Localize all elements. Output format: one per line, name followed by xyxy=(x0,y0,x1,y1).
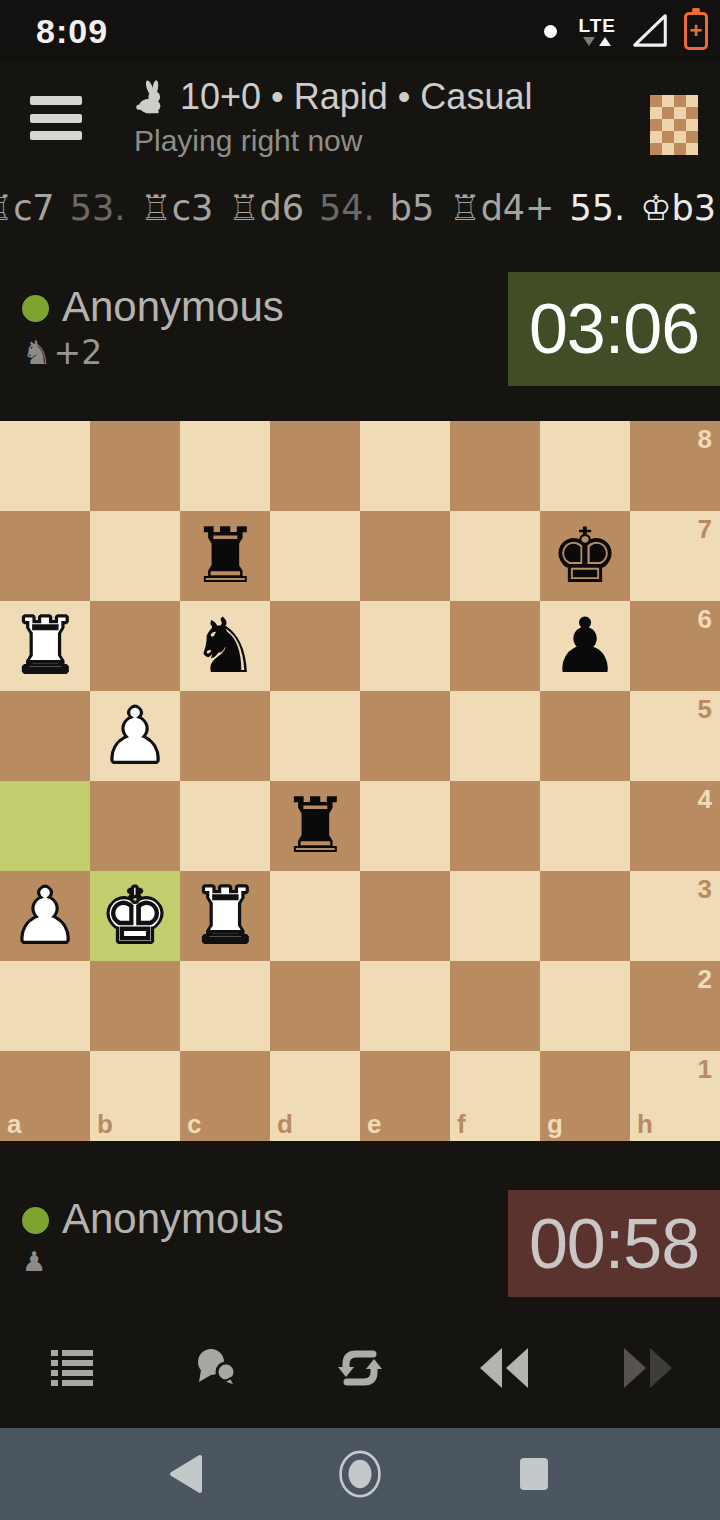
square-g3[interactable] xyxy=(540,871,630,961)
home-button[interactable] xyxy=(337,1451,383,1497)
square-f4[interactable] xyxy=(450,781,540,871)
black-rook: ♜ xyxy=(270,781,360,871)
player-top-clock: 03:06 xyxy=(508,272,720,386)
square-e8[interactable] xyxy=(360,421,450,511)
square-a3[interactable]: ♟ xyxy=(0,871,90,961)
square-g5[interactable] xyxy=(540,691,630,781)
game-title: 10+0 • Rapid • Casual xyxy=(180,76,532,118)
square-h3[interactable]: 3 xyxy=(630,871,720,961)
game-info: 10+0 • Rapid • Casual Playing right now xyxy=(134,76,532,158)
square-c3[interactable]: ♜ xyxy=(180,871,270,961)
captured-pawn-icon: ♟ xyxy=(22,1246,46,1277)
captured-knight-icon: ♞ xyxy=(22,333,52,372)
bottom-toolbar xyxy=(0,1318,720,1418)
status-bar: 8:09 LTE + xyxy=(0,0,720,62)
square-c6[interactable]: ♞ xyxy=(180,601,270,691)
square-a8[interactable] xyxy=(0,421,90,511)
square-d3[interactable] xyxy=(270,871,360,961)
move-token[interactable]: ♖c7 xyxy=(0,188,55,228)
rank-label-5: 5 xyxy=(698,694,712,725)
square-b4[interactable] xyxy=(90,781,180,871)
square-c8[interactable] xyxy=(180,421,270,511)
player-top: Anonymous ♞ +2 03:06 xyxy=(0,245,720,405)
file-label-c: c xyxy=(187,1109,201,1140)
status-icons: LTE + xyxy=(544,0,708,62)
online-dot-icon xyxy=(22,295,49,322)
rank-label-6: 6 xyxy=(698,604,712,635)
square-g6[interactable]: ♟ xyxy=(540,601,630,691)
square-g2[interactable] xyxy=(540,961,630,1051)
game-status: Playing right now xyxy=(134,124,532,158)
player-bottom-clock: 00:58 xyxy=(508,1190,720,1297)
square-b8[interactable] xyxy=(90,421,180,511)
square-a4[interactable] xyxy=(0,781,90,871)
move-token[interactable]: 53. xyxy=(70,188,126,228)
move-token[interactable]: ♖d4+ xyxy=(449,188,554,228)
file-label-b: b xyxy=(97,1109,113,1140)
square-f6[interactable] xyxy=(450,601,540,691)
square-c5[interactable] xyxy=(180,691,270,781)
rank-label-7: 7 xyxy=(698,514,712,545)
square-b1[interactable]: b xyxy=(90,1051,180,1141)
square-b5[interactable]: ♟ xyxy=(90,691,180,781)
square-g4[interactable] xyxy=(540,781,630,871)
player-top-name: Anonymous xyxy=(62,283,284,331)
file-label-h: h xyxy=(637,1109,653,1140)
menu-button[interactable] xyxy=(30,96,82,140)
square-a2[interactable] xyxy=(0,961,90,1051)
data-arrows-icon xyxy=(583,37,611,46)
square-g7[interactable]: ♚ xyxy=(540,511,630,601)
square-d8[interactable] xyxy=(270,421,360,511)
move-token[interactable]: b5 xyxy=(390,188,435,228)
move-token[interactable]: ♖d6 xyxy=(228,188,304,228)
move-token[interactable]: 55. xyxy=(569,188,625,228)
rabbit-icon xyxy=(134,79,170,115)
square-e5[interactable] xyxy=(360,691,450,781)
square-c1[interactable]: c xyxy=(180,1051,270,1141)
square-h6[interactable]: 6 xyxy=(630,601,720,691)
square-e1[interactable]: e xyxy=(360,1051,450,1141)
fast-forward-icon[interactable] xyxy=(576,1318,720,1418)
square-c7[interactable]: ♜ xyxy=(180,511,270,601)
square-d1[interactable]: d xyxy=(270,1051,360,1141)
square-a6[interactable]: ♜ xyxy=(0,601,90,691)
rank-label-4: 4 xyxy=(698,784,712,815)
player-bottom-name: Anonymous xyxy=(62,1195,284,1243)
rank-label-8: 8 xyxy=(698,424,712,455)
black-pawn: ♟ xyxy=(540,601,630,691)
white-king: ♚ xyxy=(90,871,180,961)
file-label-g: g xyxy=(547,1109,563,1140)
rank-label-1: 1 xyxy=(698,1054,712,1085)
square-f7[interactable] xyxy=(450,511,540,601)
move-list[interactable]: ac652.♖a6♖c753.♖c3♖d654.b5♖d4+55.♔b3 xyxy=(0,180,720,236)
material-score: +2 xyxy=(54,333,103,372)
file-label-e: e xyxy=(367,1109,381,1140)
square-a5[interactable] xyxy=(0,691,90,781)
white-pawn: ♟ xyxy=(90,691,180,781)
square-h2[interactable]: 2 xyxy=(630,961,720,1051)
square-a1[interactable]: a xyxy=(0,1051,90,1141)
file-label-f: f xyxy=(457,1109,466,1140)
board-thumbnail-icon[interactable] xyxy=(650,95,698,155)
square-e4[interactable] xyxy=(360,781,450,871)
online-dot-icon xyxy=(22,1207,49,1234)
status-time: 8:09 xyxy=(36,12,108,51)
square-g1[interactable]: g xyxy=(540,1051,630,1141)
battery-saver-icon: + xyxy=(684,12,708,50)
square-d4[interactable]: ♜ xyxy=(270,781,360,871)
square-b7[interactable] xyxy=(90,511,180,601)
black-knight: ♞ xyxy=(180,601,270,691)
square-h8[interactable]: 8 xyxy=(630,421,720,511)
square-e2[interactable] xyxy=(360,961,450,1051)
square-b6[interactable] xyxy=(90,601,180,691)
square-h4[interactable]: 4 xyxy=(630,781,720,871)
network-indicator: LTE xyxy=(579,16,616,46)
square-h5[interactable]: 5 xyxy=(630,691,720,781)
square-b2[interactable] xyxy=(90,961,180,1051)
signal-strength-icon xyxy=(630,11,670,51)
square-d7[interactable] xyxy=(270,511,360,601)
square-d5[interactable] xyxy=(270,691,360,781)
back-button[interactable] xyxy=(163,1451,209,1497)
app-page: 8:09 LTE + xyxy=(0,0,720,1520)
square-f8[interactable] xyxy=(450,421,540,511)
square-a7[interactable] xyxy=(0,511,90,601)
square-g8[interactable] xyxy=(540,421,630,511)
square-d2[interactable] xyxy=(270,961,360,1051)
rank-label-2: 2 xyxy=(698,964,712,995)
header: 10+0 • Rapid • Casual Playing right now xyxy=(0,62,720,174)
lte-label: LTE xyxy=(579,16,616,35)
square-b3[interactable]: ♚ xyxy=(90,871,180,961)
file-label-d: d xyxy=(277,1109,293,1140)
square-d6[interactable] xyxy=(270,601,360,691)
recents-button[interactable] xyxy=(511,1451,557,1497)
file-label-a: a xyxy=(7,1109,21,1140)
player-bottom: Anonymous ♟ 00:58 xyxy=(0,1150,720,1310)
square-f2[interactable] xyxy=(450,961,540,1051)
move-list-icon[interactable] xyxy=(0,1318,144,1418)
black-king: ♚ xyxy=(540,511,630,601)
white-pawn: ♟ xyxy=(0,871,90,961)
square-e6[interactable] xyxy=(360,601,450,691)
white-rook: ♜ xyxy=(0,601,90,691)
square-c4[interactable] xyxy=(180,781,270,871)
player-top-material: ♞ +2 xyxy=(22,333,102,372)
flip-board-icon[interactable] xyxy=(288,1318,432,1418)
square-e7[interactable] xyxy=(360,511,450,601)
square-h7[interactable]: 7 xyxy=(630,511,720,601)
move-token[interactable]: ♖c3 xyxy=(140,188,213,228)
chat-icon[interactable] xyxy=(144,1318,288,1418)
notification-dot-icon xyxy=(544,25,557,38)
android-nav-bar xyxy=(0,1428,720,1520)
move-token[interactable]: ♔b3 xyxy=(640,188,716,228)
white-rook: ♜ xyxy=(180,871,270,961)
player-bottom-material: ♟ xyxy=(22,1246,48,1277)
square-c2[interactable] xyxy=(180,961,270,1051)
chess-board: 8♜♚7♜♞♟6♟5♜4♟♚♜32abcdefg1h xyxy=(0,421,720,1141)
square-h1[interactable]: 1h xyxy=(630,1051,720,1141)
rank-label-3: 3 xyxy=(698,874,712,905)
square-e3[interactable] xyxy=(360,871,450,961)
square-f5[interactable] xyxy=(450,691,540,781)
square-f3[interactable] xyxy=(450,871,540,961)
rewind-icon[interactable] xyxy=(432,1318,576,1418)
move-token[interactable]: 54. xyxy=(319,188,375,228)
square-f1[interactable]: f xyxy=(450,1051,540,1141)
black-rook: ♜ xyxy=(180,511,270,601)
